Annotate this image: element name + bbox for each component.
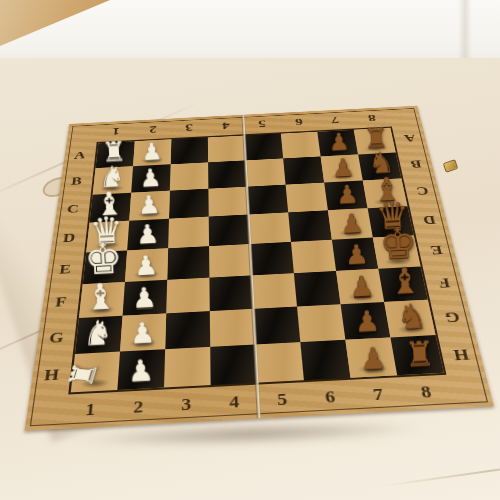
- piece-brown-pawn[interactable]: ♟: [343, 240, 368, 268]
- piece-white-pawn[interactable]: ♟: [135, 221, 160, 248]
- piece-white-pawn[interactable]: ♟: [140, 139, 163, 164]
- piece-brown-pawn[interactable]: ♟: [331, 155, 354, 181]
- square-A6[interactable]: [281, 132, 321, 159]
- top-label-5: 5: [243, 113, 281, 134]
- piece-white-pawn[interactable]: ♟: [126, 356, 154, 387]
- piece-brown-pawn[interactable]: ♟: [339, 210, 364, 237]
- piece-white-pawn[interactable]: ♟: [131, 284, 157, 313]
- piece-brown-pawn[interactable]: ♟: [353, 307, 380, 337]
- photo-scene: 12345678 12345678 ABCDEFGH ABCDEFGH ♜♟♟♜…: [0, 0, 500, 500]
- top-label-4: 4: [207, 115, 244, 136]
- piece-brown-knight[interactable]: ♞: [395, 299, 427, 335]
- playing-area: ♜♟♟♜♞♟♟♞♝♟♟♝♛♟♟♛♚♟♟♚♝♟♟♝♞♟♟♞♜♟♟♜: [68, 127, 446, 395]
- square-H2[interactable]: ♟: [117, 349, 165, 390]
- right-label-B: B: [397, 150, 435, 178]
- left-label-D: D: [50, 223, 87, 255]
- square-H8[interactable]: ♜: [390, 335, 443, 375]
- piece-brown-pawn[interactable]: ♟: [359, 343, 387, 374]
- piece-white-pawn[interactable]: ♟: [137, 192, 161, 218]
- square-A3[interactable]: [171, 137, 209, 164]
- square-D7[interactable]: ♟: [328, 208, 373, 239]
- square-D3[interactable]: [168, 217, 209, 249]
- square-D2[interactable]: ♟: [127, 219, 169, 251]
- square-E4[interactable]: [209, 244, 252, 278]
- square-A4[interactable]: [208, 136, 246, 163]
- square-F5[interactable]: [252, 273, 297, 309]
- square-B5[interactable]: [246, 158, 286, 186]
- square-H6[interactable]: [300, 340, 350, 380]
- square-H1[interactable]: ♜: [71, 352, 120, 393]
- chess-board: 12345678 12345678 ABCDEFGH ABCDEFGH ♜♟♟♜…: [25, 106, 494, 431]
- left-label-E: E: [46, 253, 85, 287]
- top-label-6: 6: [279, 111, 318, 132]
- piece-white-knight[interactable]: ♞: [81, 315, 113, 351]
- square-H7[interactable]: ♟: [345, 337, 397, 377]
- bottom-label-3: 3: [162, 387, 211, 423]
- piece-white-pawn[interactable]: ♟: [133, 251, 158, 279]
- right-label-A: A: [392, 125, 429, 151]
- square-E3[interactable]: [167, 246, 209, 280]
- square-A5[interactable]: [244, 134, 283, 161]
- square-H3[interactable]: [164, 347, 211, 388]
- piece-white-pawn[interactable]: ♟: [128, 318, 155, 348]
- piece-brown-rook[interactable]: ♜: [403, 336, 435, 372]
- square-B4[interactable]: [208, 160, 247, 188]
- square-H5[interactable]: [255, 342, 304, 383]
- piece-brown-bishop[interactable]: ♝: [388, 262, 421, 299]
- square-E7[interactable]: ♟: [332, 238, 378, 271]
- square-B6[interactable]: [283, 156, 324, 184]
- board-tilt-wrapper: 12345678 12345678 ABCDEFGH ABCDEFGH ♜♟♟♜…: [40, 34, 460, 454]
- square-G7[interactable]: ♟: [341, 302, 391, 340]
- square-F2[interactable]: ♟: [123, 280, 168, 316]
- square-G1[interactable]: ♞: [75, 316, 123, 354]
- piece-white-rook[interactable]: ♜: [63, 361, 103, 389]
- square-E2[interactable]: ♟: [125, 248, 168, 282]
- square-H4[interactable]: [210, 344, 257, 385]
- square-C2[interactable]: ♟: [129, 191, 170, 221]
- piece-brown-pawn[interactable]: ♟: [335, 181, 359, 207]
- piece-white-pawn[interactable]: ♟: [138, 165, 161, 191]
- square-G2[interactable]: ♟: [120, 313, 166, 351]
- square-D4[interactable]: [209, 214, 250, 246]
- left-label-A: A: [63, 142, 97, 169]
- square-D5[interactable]: [248, 212, 290, 244]
- top-label-3: 3: [170, 117, 207, 139]
- piece-white-bishop[interactable]: ♝: [83, 278, 116, 315]
- square-E6[interactable]: [291, 240, 336, 273]
- piece-brown-pawn[interactable]: ♟: [327, 129, 350, 154]
- square-F6[interactable]: [294, 271, 341, 307]
- piece-brown-pawn[interactable]: ♟: [348, 272, 374, 301]
- right-label-C: C: [403, 176, 442, 206]
- square-D6[interactable]: [288, 210, 332, 242]
- square-F7[interactable]: ♟: [336, 269, 384, 304]
- square-E5[interactable]: [250, 242, 294, 276]
